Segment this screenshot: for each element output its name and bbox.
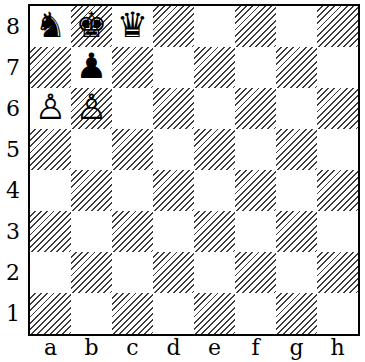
square-h5[interactable] — [317, 129, 358, 170]
square-f7[interactable] — [235, 47, 276, 88]
square-g8[interactable] — [276, 6, 317, 47]
file-label-b: b — [71, 334, 112, 360]
file-labels: abcdefgh — [30, 334, 358, 360]
rank-label-3: 3 — [0, 211, 26, 252]
black-knight[interactable]: ♞ — [35, 8, 66, 43]
square-b8[interactable]: ♚ — [71, 6, 112, 47]
square-g1[interactable] — [276, 293, 317, 334]
square-c5[interactable] — [112, 129, 153, 170]
square-c4[interactable] — [112, 170, 153, 211]
square-f3[interactable] — [235, 211, 276, 252]
square-f2[interactable] — [235, 252, 276, 293]
square-a4[interactable] — [30, 170, 71, 211]
square-e6[interactable] — [194, 88, 235, 129]
square-h3[interactable] — [317, 211, 358, 252]
black-pawn[interactable]: ♟ — [76, 49, 107, 84]
square-d2[interactable] — [153, 252, 194, 293]
rank-labels: 87654321 — [0, 6, 26, 334]
square-e5[interactable] — [194, 129, 235, 170]
file-label-d: d — [153, 334, 194, 360]
square-a6[interactable]: ♙ — [30, 88, 71, 129]
square-h8[interactable] — [317, 6, 358, 47]
rank-label-4: 4 — [0, 170, 26, 211]
square-b2[interactable] — [71, 252, 112, 293]
square-c8[interactable]: ♛ — [112, 6, 153, 47]
square-g2[interactable] — [276, 252, 317, 293]
square-e2[interactable] — [194, 252, 235, 293]
square-c6[interactable] — [112, 88, 153, 129]
square-a7[interactable] — [30, 47, 71, 88]
square-d8[interactable] — [153, 6, 194, 47]
square-g5[interactable] — [276, 129, 317, 170]
square-b7[interactable]: ♟ — [71, 47, 112, 88]
square-f5[interactable] — [235, 129, 276, 170]
rank-label-5: 5 — [0, 129, 26, 170]
square-h7[interactable] — [317, 47, 358, 88]
file-label-h: h — [317, 334, 358, 360]
square-a2[interactable] — [30, 252, 71, 293]
square-h6[interactable] — [317, 88, 358, 129]
square-h4[interactable] — [317, 170, 358, 211]
rank-label-2: 2 — [0, 252, 26, 293]
square-c1[interactable] — [112, 293, 153, 334]
file-label-a: a — [30, 334, 71, 360]
square-b1[interactable] — [71, 293, 112, 334]
square-b3[interactable] — [71, 211, 112, 252]
square-b4[interactable] — [71, 170, 112, 211]
square-c2[interactable] — [112, 252, 153, 293]
square-d7[interactable] — [153, 47, 194, 88]
square-d5[interactable] — [153, 129, 194, 170]
square-f6[interactable] — [235, 88, 276, 129]
rank-label-6: 6 — [0, 88, 26, 129]
square-b5[interactable] — [71, 129, 112, 170]
square-f8[interactable] — [235, 6, 276, 47]
square-e3[interactable] — [194, 211, 235, 252]
black-king[interactable]: ♚ — [76, 8, 107, 43]
square-e7[interactable] — [194, 47, 235, 88]
square-a3[interactable] — [30, 211, 71, 252]
white-pawn[interactable]: ♙ — [76, 90, 107, 125]
chess-diagram: 87654321 ♞♚♛♟♙♙ abcdefgh — [0, 0, 365, 362]
square-e1[interactable] — [194, 293, 235, 334]
square-b6[interactable]: ♙ — [71, 88, 112, 129]
file-label-f: f — [235, 334, 276, 360]
square-g6[interactable] — [276, 88, 317, 129]
square-f1[interactable] — [235, 293, 276, 334]
square-g4[interactable] — [276, 170, 317, 211]
square-e4[interactable] — [194, 170, 235, 211]
chess-board: ♞♚♛♟♙♙ — [28, 4, 360, 336]
file-label-c: c — [112, 334, 153, 360]
square-f4[interactable] — [235, 170, 276, 211]
square-h1[interactable] — [317, 293, 358, 334]
square-h2[interactable] — [317, 252, 358, 293]
square-e8[interactable] — [194, 6, 235, 47]
square-g7[interactable] — [276, 47, 317, 88]
white-pawn[interactable]: ♙ — [35, 90, 66, 125]
square-d1[interactable] — [153, 293, 194, 334]
square-d6[interactable] — [153, 88, 194, 129]
square-g3[interactable] — [276, 211, 317, 252]
square-a1[interactable] — [30, 293, 71, 334]
rank-label-8: 8 — [0, 6, 26, 47]
square-d3[interactable] — [153, 211, 194, 252]
file-label-g: g — [276, 334, 317, 360]
square-d4[interactable] — [153, 170, 194, 211]
rank-label-1: 1 — [0, 293, 26, 334]
square-c7[interactable] — [112, 47, 153, 88]
square-a5[interactable] — [30, 129, 71, 170]
file-label-e: e — [194, 334, 235, 360]
black-queen[interactable]: ♛ — [117, 8, 148, 43]
square-a8[interactable]: ♞ — [30, 6, 71, 47]
square-c3[interactable] — [112, 211, 153, 252]
rank-label-7: 7 — [0, 47, 26, 88]
